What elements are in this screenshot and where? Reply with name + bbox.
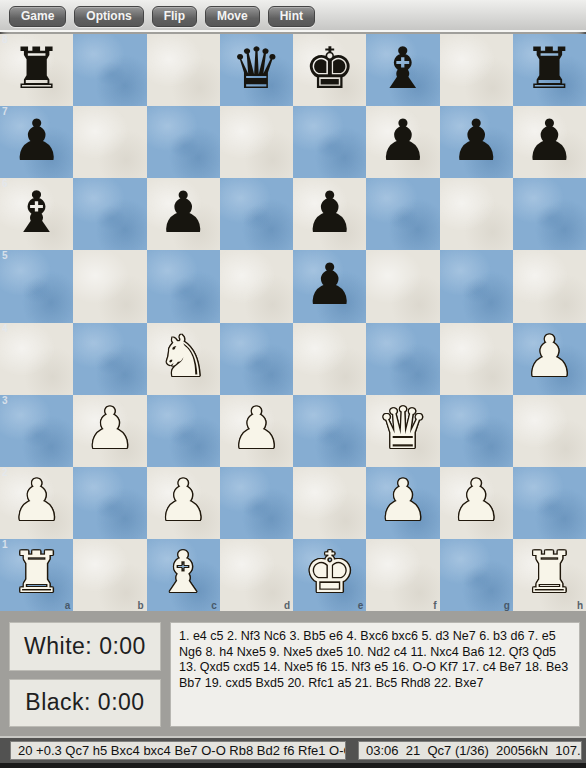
piece-white-pawn: ♟	[84, 400, 135, 457]
square-d6[interactable]	[220, 178, 293, 250]
square-e4[interactable]	[293, 323, 366, 395]
square-f4[interactable]	[366, 323, 439, 395]
square-a4[interactable]: 4	[0, 323, 73, 395]
square-h7[interactable]: ♟	[513, 106, 586, 178]
chess-board: 8♜♛♚♝♜7♟♟♟♟6♝♟♟5♟4♞♟3♟♟♛2♟♟♟♟1a♜bc♝de♚fg…	[0, 34, 586, 611]
file-label-g: g	[504, 600, 510, 611]
clock-column: White: 0:00 Black: 0:00	[9, 622, 161, 727]
square-g5[interactable]	[440, 250, 513, 322]
piece-black-pawn: ♟	[524, 112, 575, 169]
piece-black-pawn: ♟	[451, 112, 502, 169]
square-a1[interactable]: 1a♜	[0, 539, 73, 611]
hint-button[interactable]: Hint	[268, 6, 315, 27]
square-h5[interactable]	[513, 250, 586, 322]
square-c5[interactable]	[147, 250, 220, 322]
piece-black-king: ♚	[304, 40, 355, 97]
square-b4[interactable]	[73, 323, 146, 395]
square-g6[interactable]	[440, 178, 513, 250]
square-b8[interactable]	[73, 34, 146, 106]
square-g2[interactable]: ♟	[440, 467, 513, 539]
square-d2[interactable]	[220, 467, 293, 539]
square-c6[interactable]: ♟	[147, 178, 220, 250]
square-d4[interactable]	[220, 323, 293, 395]
square-g7[interactable]: ♟	[440, 106, 513, 178]
square-c2[interactable]: ♟	[147, 467, 220, 539]
square-b5[interactable]	[73, 250, 146, 322]
piece-black-pawn: ♟	[377, 112, 428, 169]
move-button[interactable]: Move	[205, 6, 260, 27]
square-c4[interactable]: ♞	[147, 323, 220, 395]
square-f8[interactable]: ♝	[366, 34, 439, 106]
square-e1[interactable]: e♚	[293, 539, 366, 611]
square-e8[interactable]: ♚	[293, 34, 366, 106]
square-h3[interactable]	[513, 395, 586, 467]
square-a7[interactable]: 7♟	[0, 106, 73, 178]
piece-black-rook: ♜	[524, 40, 575, 97]
piece-white-pawn: ♟	[158, 472, 209, 529]
square-f7[interactable]: ♟	[366, 106, 439, 178]
chess-app-screen: Game Options Flip Move Hint 8♜♛♚♝♜7♟♟♟♟6…	[0, 0, 586, 768]
rank-label-5: 5	[2, 250, 8, 261]
square-f5[interactable]	[366, 250, 439, 322]
square-e6[interactable]: ♟	[293, 178, 366, 250]
piece-black-queen: ♛	[231, 40, 282, 97]
square-h6[interactable]	[513, 178, 586, 250]
square-g3[interactable]	[440, 395, 513, 467]
square-h2[interactable]	[513, 467, 586, 539]
square-d5[interactable]	[220, 250, 293, 322]
square-e2[interactable]	[293, 467, 366, 539]
piece-white-pawn: ♟	[451, 472, 502, 529]
piece-white-rook: ♜	[11, 544, 62, 601]
square-c8[interactable]	[147, 34, 220, 106]
square-f1[interactable]: f	[366, 539, 439, 611]
square-f2[interactable]: ♟	[366, 467, 439, 539]
piece-white-knight: ♞	[158, 328, 209, 385]
square-f3[interactable]: ♛	[366, 395, 439, 467]
file-label-d: d	[284, 600, 290, 611]
engine-search-stats: 03:06 21 Qc7 (1/36) 20056kN 107.7kN/s	[358, 741, 582, 760]
square-b3[interactable]: ♟	[73, 395, 146, 467]
flip-button[interactable]: Flip	[152, 6, 197, 27]
piece-white-pawn: ♟	[524, 328, 575, 385]
square-e5[interactable]: ♟	[293, 250, 366, 322]
rank-label-8: 8	[2, 34, 8, 45]
square-b2[interactable]	[73, 467, 146, 539]
piece-white-pawn: ♟	[377, 472, 428, 529]
square-c3[interactable]	[147, 395, 220, 467]
piece-black-bishop: ♝	[11, 184, 62, 241]
rank-label-7: 7	[2, 106, 8, 117]
square-a6[interactable]: 6♝	[0, 178, 73, 250]
bottom-panel: White: 0:00 Black: 0:00 1. e4 c5 2. Nf3 …	[0, 611, 586, 736]
square-h1[interactable]: h♜	[513, 539, 586, 611]
toolbar: Game Options Flip Move Hint	[0, 0, 586, 32]
piece-white-queen: ♛	[377, 400, 428, 457]
square-b7[interactable]	[73, 106, 146, 178]
move-list: 1. e4 c5 2. Nf3 Nc6 3. Bb5 e6 4. Bxc6 bx…	[170, 622, 580, 727]
square-b6[interactable]	[73, 178, 146, 250]
square-a3[interactable]: 3	[0, 395, 73, 467]
rank-label-6: 6	[2, 178, 8, 189]
black-clock: Black: 0:00	[9, 679, 161, 728]
options-button[interactable]: Options	[74, 6, 143, 27]
piece-black-pawn: ♟	[158, 184, 209, 241]
engine-analysis-line: 20 +0.3 Qc7 h5 Bxc4 bxc4 Be7 O-O Rb8 Bd2…	[10, 741, 346, 760]
square-d1[interactable]: d	[220, 539, 293, 611]
square-c7[interactable]	[147, 106, 220, 178]
piece-black-rook: ♜	[11, 40, 62, 97]
rank-label-1: 1	[2, 539, 8, 550]
square-a2[interactable]: 2♟	[0, 467, 73, 539]
square-g4[interactable]	[440, 323, 513, 395]
file-label-c: c	[211, 600, 217, 611]
piece-black-pawn: ♟	[304, 184, 355, 241]
white-clock: White: 0:00	[9, 622, 161, 671]
square-g1[interactable]: g	[440, 539, 513, 611]
piece-black-pawn: ♟	[304, 256, 355, 313]
square-g8[interactable]	[440, 34, 513, 106]
square-d8[interactable]: ♛	[220, 34, 293, 106]
screen-bottom-strip	[0, 763, 586, 768]
game-button[interactable]: Game	[9, 6, 66, 27]
piece-black-pawn: ♟	[11, 112, 62, 169]
square-a8[interactable]: 8♜	[0, 34, 73, 106]
square-h4[interactable]: ♟	[513, 323, 586, 395]
square-c1[interactable]: c♝	[147, 539, 220, 611]
file-label-h: h	[577, 600, 583, 611]
square-e3[interactable]	[293, 395, 366, 467]
file-label-a: a	[65, 600, 71, 611]
square-f6[interactable]	[366, 178, 439, 250]
rank-label-3: 3	[2, 395, 8, 406]
file-label-b: b	[137, 600, 143, 611]
square-h8[interactable]: ♜	[513, 34, 586, 106]
square-b1[interactable]: b	[73, 539, 146, 611]
piece-white-pawn: ♟	[11, 472, 62, 529]
square-e7[interactable]	[293, 106, 366, 178]
piece-black-bishop: ♝	[377, 40, 428, 97]
square-a5[interactable]: 5	[0, 250, 73, 322]
square-d7[interactable]	[220, 106, 293, 178]
piece-white-bishop: ♝	[158, 544, 209, 601]
piece-white-rook: ♜	[524, 544, 575, 601]
file-label-f: f	[433, 600, 436, 611]
status-bar: 20 +0.3 Qc7 h5 Bxc4 bxc4 Be7 O-O Rb8 Bd2…	[0, 736, 586, 763]
rank-label-4: 4	[2, 323, 8, 334]
file-label-e: e	[358, 600, 364, 611]
rank-label-2: 2	[2, 467, 8, 478]
square-d3[interactable]: ♟	[220, 395, 293, 467]
piece-white-pawn: ♟	[231, 400, 282, 457]
piece-white-king: ♚	[304, 544, 355, 601]
